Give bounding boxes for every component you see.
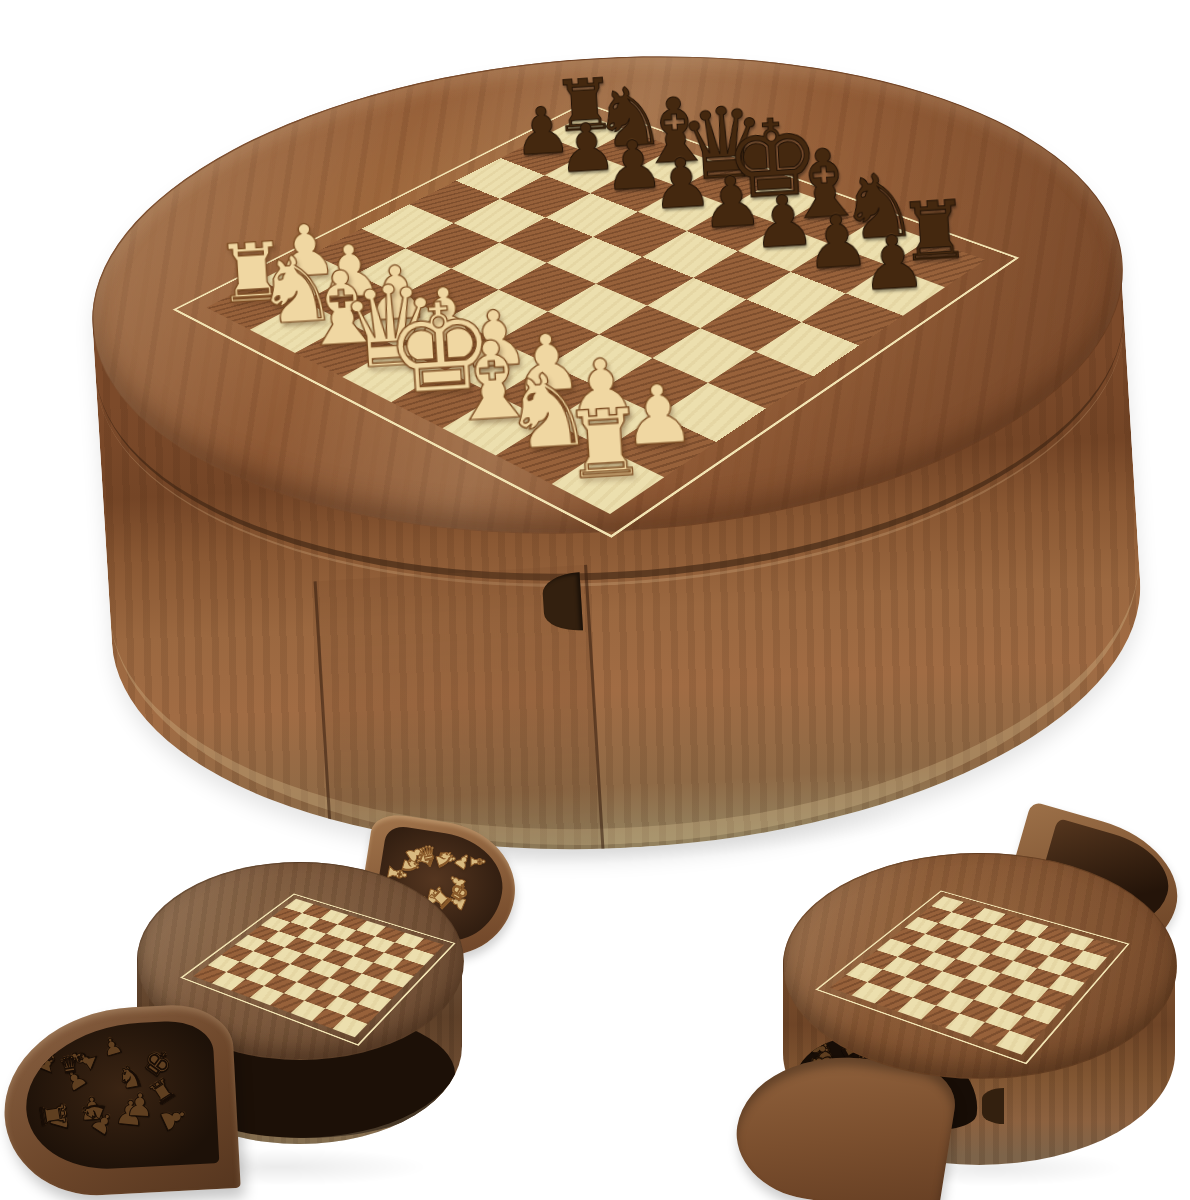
drawer-ajar-view: ♟♟♟♟♟♟♟♟♜♜♞♞ [0, 0, 1190, 1200]
drawer-notch [982, 1088, 1004, 1124]
product-photo-stage: ♜♞♝♛♚♝♞♜♟♟♟♟♟♟♟♟♟♟♟♟♟♟♟♟♜♞♝♛♚♝♞♜ ♟♟♟♟♟♟♟… [0, 0, 1190, 1200]
